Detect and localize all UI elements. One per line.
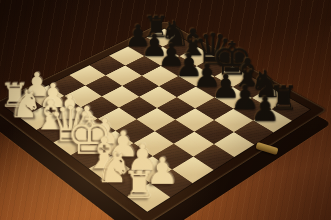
chess-board: ♜♞♝♛♚♝♞♜♟♟♟♟♟♟♟♟♟♟♟♟♟♟♟♟♜♞♝♛♚♝♞♜ xyxy=(0,21,327,220)
board-grid: ♜♞♝♛♚♝♞♜♟♟♟♟♟♟♟♟♟♟♟♟♟♟♟♟♜♞♝♛♚♝♞♜ xyxy=(5,29,310,212)
piece-white-rook: ♜ xyxy=(123,166,154,204)
table-photo-background: ♜♞♝♛♚♝♞♜♟♟♟♟♟♟♟♟♟♟♟♟♟♟♟♟♜♞♝♛♚♝♞♜ xyxy=(0,0,331,220)
board-frame: ♜♞♝♛♚♝♞♜♟♟♟♟♟♟♟♟♟♟♟♟♟♟♟♟♜♞♝♛♚♝♞♜ xyxy=(0,21,327,220)
piece-black-pawn: ♟ xyxy=(250,92,278,126)
board-scene: ♜♞♝♛♚♝♞♜♟♟♟♟♟♟♟♟♟♟♟♟♟♟♟♟♜♞♝♛♚♝♞♜ xyxy=(37,0,277,220)
